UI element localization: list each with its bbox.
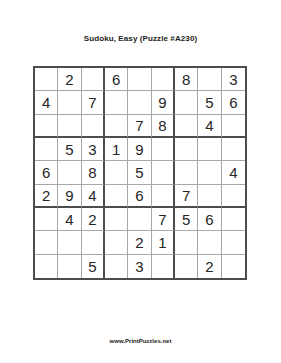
sudoku-cell-r7c6: 7: [152, 208, 175, 231]
sudoku-cell-r3c9[interactable]: [222, 115, 245, 138]
sudoku-cell-r5c3: 8: [82, 161, 105, 184]
sudoku-cell-r7c8: 6: [198, 208, 221, 231]
sudoku-cell-r2c8: 5: [198, 91, 221, 114]
sudoku-cell-r5c1: 6: [35, 161, 58, 184]
sudoku-cell-r8c6: 1: [152, 231, 175, 254]
sudoku-cell-r8c7[interactable]: [175, 231, 198, 254]
sudoku-cell-r3c5: 7: [128, 115, 151, 138]
sudoku-cell-r3c1[interactable]: [35, 115, 58, 138]
sudoku-cell-r9c6[interactable]: [152, 255, 175, 278]
sudoku-cell-r1c8[interactable]: [198, 68, 221, 91]
sudoku-cell-r9c3: 5: [82, 255, 105, 278]
sudoku-cell-r9c4[interactable]: [105, 255, 128, 278]
sudoku-cell-r3c4[interactable]: [105, 115, 128, 138]
sudoku-cell-r1c9: 3: [222, 68, 245, 91]
sudoku-cell-r5c8[interactable]: [198, 161, 221, 184]
sudoku-cell-r2c9: 6: [222, 91, 245, 114]
footer-url: www.PrintPuzzles.net: [0, 338, 281, 344]
sudoku-cell-r9c9[interactable]: [222, 255, 245, 278]
sudoku-cell-r3c8: 4: [198, 115, 221, 138]
sudoku-cell-r8c3[interactable]: [82, 231, 105, 254]
sudoku-cell-r2c6: 9: [152, 91, 175, 114]
sudoku-cell-r1c4: 6: [105, 68, 128, 91]
sudoku-cell-r9c5: 3: [128, 255, 151, 278]
sudoku-cell-r6c6[interactable]: [152, 185, 175, 208]
sudoku-cell-r7c1[interactable]: [35, 208, 58, 231]
sudoku-cell-r3c7[interactable]: [175, 115, 198, 138]
puzzle-title: Sudoku, Easy (Puzzle #A230): [0, 34, 281, 43]
sudoku-cell-r7c2: 4: [58, 208, 81, 231]
sudoku-cell-r9c7[interactable]: [175, 255, 198, 278]
sudoku-cell-r4c1[interactable]: [35, 138, 58, 161]
sudoku-cell-r7c4[interactable]: [105, 208, 128, 231]
sudoku-cell-r1c7: 8: [175, 68, 198, 91]
sudoku-cell-r6c7: 7: [175, 185, 198, 208]
sudoku-cell-r8c9[interactable]: [222, 231, 245, 254]
sudoku-cell-r6c4[interactable]: [105, 185, 128, 208]
sudoku-cell-r2c1: 4: [35, 91, 58, 114]
sudoku-cell-r5c7[interactable]: [175, 161, 198, 184]
sudoku-cell-r9c1[interactable]: [35, 255, 58, 278]
sudoku-cell-r3c6: 8: [152, 115, 175, 138]
sudoku-cell-r2c5[interactable]: [128, 91, 151, 114]
sudoku-cell-r4c9[interactable]: [222, 138, 245, 161]
sudoku-cell-r6c3: 4: [82, 185, 105, 208]
sudoku-cell-r6c5: 6: [128, 185, 151, 208]
sudoku-cell-r9c2[interactable]: [58, 255, 81, 278]
puzzle-page: Sudoku, Easy (Puzzle #A230) 268347956784…: [0, 0, 281, 363]
sudoku-cell-r4c4: 1: [105, 138, 128, 161]
sudoku-cell-r5c2[interactable]: [58, 161, 81, 184]
sudoku-cell-r5c4[interactable]: [105, 161, 128, 184]
sudoku-cell-r2c7[interactable]: [175, 91, 198, 114]
sudoku-cell-r1c1[interactable]: [35, 68, 58, 91]
sudoku-cell-r1c5[interactable]: [128, 68, 151, 91]
sudoku-cell-r7c5[interactable]: [128, 208, 151, 231]
sudoku-cell-r4c7[interactable]: [175, 138, 198, 161]
sudoku-cell-r2c3: 7: [82, 91, 105, 114]
sudoku-cell-r1c6[interactable]: [152, 68, 175, 91]
sudoku-cell-r3c2[interactable]: [58, 115, 81, 138]
sudoku-cell-r9c8: 2: [198, 255, 221, 278]
sudoku-cell-r4c2: 5: [58, 138, 81, 161]
sudoku-cell-r1c3[interactable]: [82, 68, 105, 91]
sudoku-cell-r7c3: 2: [82, 208, 105, 231]
sudoku-cell-r8c5: 2: [128, 231, 151, 254]
sudoku-cell-r2c2[interactable]: [58, 91, 81, 114]
sudoku-cell-r6c1: 2: [35, 185, 58, 208]
sudoku-cell-r1c2: 2: [58, 68, 81, 91]
sudoku-cell-r2c4[interactable]: [105, 91, 128, 114]
sudoku-cell-r8c4[interactable]: [105, 231, 128, 254]
sudoku-cell-r7c9[interactable]: [222, 208, 245, 231]
sudoku-cell-r3c3[interactable]: [82, 115, 105, 138]
sudoku-cell-r8c8[interactable]: [198, 231, 221, 254]
sudoku-cell-r8c2[interactable]: [58, 231, 81, 254]
sudoku-cell-r4c6[interactable]: [152, 138, 175, 161]
sudoku-cell-r6c8[interactable]: [198, 185, 221, 208]
sudoku-cell-r5c6[interactable]: [152, 161, 175, 184]
sudoku-cell-r4c3: 3: [82, 138, 105, 161]
sudoku-cell-r6c2: 9: [58, 185, 81, 208]
sudoku-cell-r6c9[interactable]: [222, 185, 245, 208]
sudoku-cell-r8c1[interactable]: [35, 231, 58, 254]
sudoku-board: 26834795678453196854294674275621532: [33, 66, 247, 280]
sudoku-cell-r4c5: 9: [128, 138, 151, 161]
sudoku-cell-r5c5: 5: [128, 161, 151, 184]
sudoku-cell-r4c8[interactable]: [198, 138, 221, 161]
sudoku-cell-r5c9: 4: [222, 161, 245, 184]
sudoku-cell-r7c7: 5: [175, 208, 198, 231]
